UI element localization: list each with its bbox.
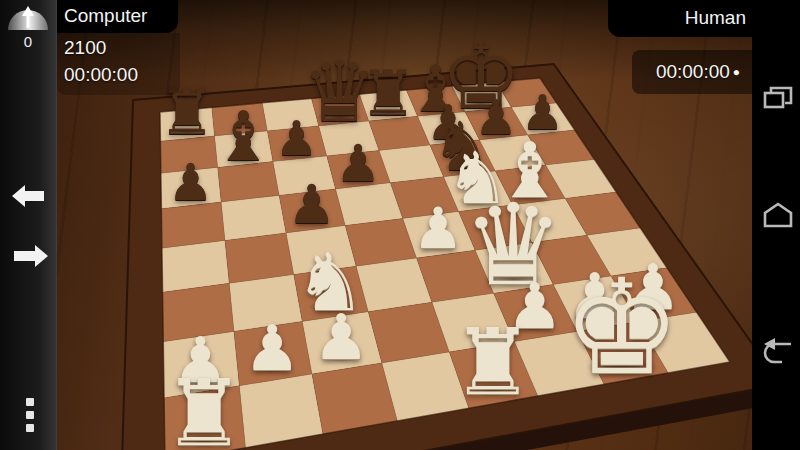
material-score: 0: [0, 33, 56, 50]
left-toolbar: 0: [0, 0, 57, 450]
redo-button[interactable]: [12, 243, 50, 269]
piece-white-pawn-c2[interactable]: ♟: [310, 307, 373, 370]
chess-app-screen: ♜♛♜♝♚♝♟♟♟♟♟♟♞♟♞♝♟♞♛♟♟♟♟♟♟♜♜♚ Computer 21…: [0, 0, 800, 450]
piece-white-rook-a1[interactable]: ♜: [158, 368, 250, 450]
overflow-menu-button[interactable]: [24, 398, 36, 438]
player-name-computer: Computer: [64, 5, 147, 27]
home-button[interactable]: [761, 200, 795, 232]
recents-button[interactable]: [761, 84, 795, 116]
piece-black-pawn-a6[interactable]: ♟: [165, 157, 216, 208]
redo-arrow-icon: [12, 243, 50, 269]
overflow-menu-icon: [26, 398, 34, 406]
turn-indicator-dot: ●: [733, 65, 740, 79]
piece-white-rook-e1[interactable]: ♜: [447, 317, 539, 409]
recents-icon: [761, 84, 795, 116]
human-clock: 00:00:00: [656, 61, 730, 83]
piece-black-pawn-c5[interactable]: ♟: [285, 178, 339, 232]
level-gauge-icon: [6, 3, 50, 31]
back-button[interactable]: [761, 336, 795, 368]
piece-white-king-g1[interactable]: ♚: [556, 262, 688, 394]
undo-button[interactable]: [10, 183, 46, 209]
computer-clock: 00:00:00: [64, 64, 138, 86]
piece-black-pawn-d6[interactable]: ♟: [333, 138, 384, 189]
piece-black-bishop-b7[interactable]: ♝: [209, 103, 277, 171]
piece-white-pawn-b2[interactable]: ♟: [241, 318, 304, 381]
undo-arrow-icon: [10, 183, 46, 209]
human-clock-panel: 00:00:00●: [632, 50, 764, 94]
computer-rating: 2100: [64, 37, 106, 59]
home-icon: [761, 200, 795, 232]
back-icon: [761, 336, 799, 370]
android-navbar: [752, 0, 800, 450]
piece-black-pawn-c7[interactable]: ♟: [273, 114, 321, 162]
player-name-human: Human: [685, 7, 746, 29]
